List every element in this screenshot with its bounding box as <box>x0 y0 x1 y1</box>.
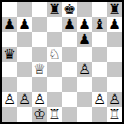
square-f7[interactable]: ♟ <box>77 17 92 32</box>
square-g5[interactable] <box>92 47 107 62</box>
chess-board: ♜♚♜♟♟♟♟♝♟♟♛♘♕♙♙♙♙♙♙♔♖♖ <box>0 0 124 124</box>
square-a4[interactable] <box>2 62 17 77</box>
square-h2[interactable]: ♙ <box>107 92 122 107</box>
square-g2[interactable]: ♙ <box>92 92 107 107</box>
square-d7[interactable] <box>47 17 62 32</box>
square-h3[interactable] <box>107 77 122 92</box>
square-a5[interactable]: ♛ <box>2 47 17 62</box>
white-king: ♔ <box>33 107 46 122</box>
square-d3[interactable] <box>47 77 62 92</box>
square-c1[interactable]: ♔ <box>32 107 47 122</box>
square-b6[interactable] <box>17 32 32 47</box>
square-c2[interactable]: ♙ <box>32 92 47 107</box>
black-rook: ♜ <box>108 2 121 17</box>
square-h1[interactable]: ♖ <box>107 107 122 122</box>
white-pawn: ♙ <box>18 92 31 107</box>
square-e1[interactable] <box>62 107 77 122</box>
square-g4[interactable] <box>92 62 107 77</box>
square-d2[interactable] <box>47 92 62 107</box>
black-pawn: ♟ <box>63 17 76 32</box>
square-c5[interactable] <box>32 47 47 62</box>
square-e7[interactable]: ♟ <box>62 17 77 32</box>
square-c4[interactable]: ♕ <box>32 62 47 77</box>
square-c3[interactable] <box>32 77 47 92</box>
square-g1[interactable] <box>92 107 107 122</box>
square-a2[interactable]: ♙ <box>2 92 17 107</box>
square-c7[interactable] <box>32 17 47 32</box>
square-a7[interactable]: ♟ <box>2 17 17 32</box>
square-b1[interactable] <box>17 107 32 122</box>
square-d5[interactable]: ♘ <box>47 47 62 62</box>
white-pawn: ♙ <box>78 62 91 77</box>
square-h7[interactable]: ♟ <box>107 17 122 32</box>
square-b4[interactable] <box>17 62 32 77</box>
white-queen: ♕ <box>33 62 46 77</box>
square-b2[interactable]: ♙ <box>17 92 32 107</box>
square-g7[interactable]: ♝ <box>92 17 107 32</box>
square-h6[interactable] <box>107 32 122 47</box>
white-pawn: ♙ <box>33 92 46 107</box>
square-f3[interactable] <box>77 77 92 92</box>
square-g8[interactable] <box>92 2 107 17</box>
square-b3[interactable] <box>17 77 32 92</box>
square-a1[interactable] <box>2 107 17 122</box>
square-g3[interactable] <box>92 77 107 92</box>
square-a3[interactable] <box>2 77 17 92</box>
black-pawn: ♟ <box>3 17 16 32</box>
square-e2[interactable] <box>62 92 77 107</box>
black-bishop: ♝ <box>93 17 106 32</box>
black-queen: ♛ <box>3 47 16 62</box>
square-f2[interactable] <box>77 92 92 107</box>
white-pawn: ♙ <box>3 92 16 107</box>
black-pawn: ♟ <box>78 32 91 47</box>
white-pawn: ♙ <box>93 92 106 107</box>
square-d4[interactable] <box>47 62 62 77</box>
black-pawn: ♟ <box>78 17 91 32</box>
square-h8[interactable]: ♜ <box>107 2 122 17</box>
square-e5[interactable] <box>62 47 77 62</box>
square-c8[interactable] <box>32 2 47 17</box>
square-a6[interactable] <box>2 32 17 47</box>
square-e3[interactable] <box>62 77 77 92</box>
black-pawn: ♟ <box>108 17 121 32</box>
square-f5[interactable] <box>77 47 92 62</box>
square-f6[interactable]: ♟ <box>77 32 92 47</box>
square-e6[interactable] <box>62 32 77 47</box>
square-b8[interactable] <box>17 2 32 17</box>
square-e8[interactable]: ♚ <box>62 2 77 17</box>
white-pawn: ♙ <box>108 92 121 107</box>
square-a8[interactable] <box>2 2 17 17</box>
square-c6[interactable] <box>32 32 47 47</box>
square-f4[interactable]: ♙ <box>77 62 92 77</box>
square-f8[interactable] <box>77 2 92 17</box>
square-e4[interactable] <box>62 62 77 77</box>
square-h4[interactable] <box>107 62 122 77</box>
square-d8[interactable]: ♜ <box>47 2 62 17</box>
square-h5[interactable] <box>107 47 122 62</box>
black-rook: ♜ <box>48 2 61 17</box>
white-rook: ♖ <box>48 107 61 122</box>
black-pawn: ♟ <box>18 17 31 32</box>
square-d1[interactable]: ♖ <box>47 107 62 122</box>
white-knight: ♘ <box>48 47 61 62</box>
square-g6[interactable] <box>92 32 107 47</box>
square-f1[interactable] <box>77 107 92 122</box>
square-b5[interactable] <box>17 47 32 62</box>
white-rook: ♖ <box>108 107 121 122</box>
square-b7[interactable]: ♟ <box>17 17 32 32</box>
black-king: ♚ <box>63 2 76 17</box>
square-d6[interactable] <box>47 32 62 47</box>
